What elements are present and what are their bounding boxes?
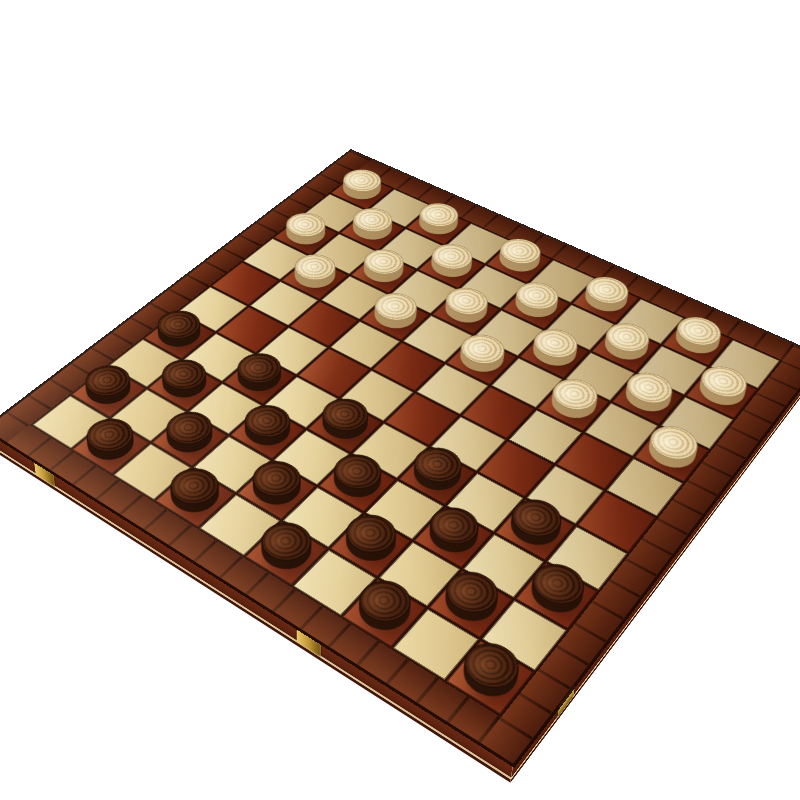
dark-piece[interactable] <box>314 403 377 448</box>
dark-piece[interactable] <box>420 511 487 563</box>
white-piece[interactable] <box>452 340 511 381</box>
dark-piece[interactable] <box>244 466 310 515</box>
dark-piece[interactable] <box>162 473 229 522</box>
dark-piece[interactable] <box>150 316 209 355</box>
square-r5c6[interactable] <box>373 342 444 391</box>
white-piece[interactable] <box>437 293 494 331</box>
dark-piece[interactable] <box>229 358 290 400</box>
dark-piece[interactable] <box>336 519 404 572</box>
dark-piece[interactable] <box>325 459 390 508</box>
board-top-surface <box>0 151 800 763</box>
product-photo-stage <box>0 0 800 800</box>
draughts-board[interactable] <box>0 151 800 763</box>
dark-piece[interactable] <box>236 410 299 455</box>
dark-piece[interactable] <box>77 371 139 414</box>
dark-piece[interactable] <box>154 364 216 406</box>
playing-grid[interactable] <box>30 171 783 717</box>
dark-piece[interactable] <box>78 423 143 469</box>
dark-piece[interactable] <box>158 417 222 463</box>
dark-piece[interactable] <box>252 527 321 580</box>
white-piece[interactable] <box>543 384 604 428</box>
white-piece[interactable] <box>668 322 726 362</box>
white-piece[interactable] <box>278 219 332 252</box>
